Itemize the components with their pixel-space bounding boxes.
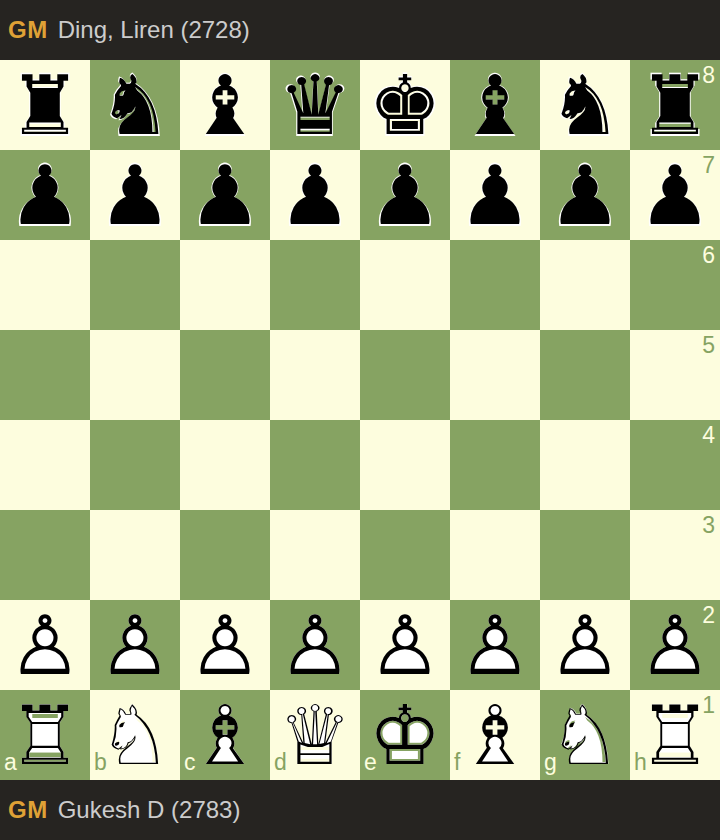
piece-black-pawn-icon[interactable]: ♟♟	[270, 151, 360, 241]
square-f8[interactable]: ♝♝	[450, 60, 540, 150]
piece-white-bishop-icon[interactable]: ♝♗	[180, 691, 270, 781]
square-d3[interactable]	[270, 510, 360, 600]
piece-black-queen-icon[interactable]: ♛♛	[270, 61, 360, 151]
piece-white-pawn-icon[interactable]: ♟♙	[90, 601, 180, 691]
square-h4[interactable]: 4	[630, 420, 720, 510]
square-f3[interactable]	[450, 510, 540, 600]
piece-black-pawn-icon[interactable]: ♟♟	[360, 151, 450, 241]
square-h7[interactable]: 7♟♟	[630, 150, 720, 240]
square-d2[interactable]: ♟♙	[270, 600, 360, 690]
square-a4[interactable]	[0, 420, 90, 510]
piece-white-king-icon[interactable]: ♚♔	[360, 691, 450, 781]
coord-rank-4: 4	[702, 424, 715, 447]
square-d7[interactable]: ♟♟	[270, 150, 360, 240]
square-c8[interactable]: ♝♝	[180, 60, 270, 150]
piece-white-pawn-icon[interactable]: ♟♙	[180, 601, 270, 691]
square-g8[interactable]: ♞♞	[540, 60, 630, 150]
square-d8[interactable]: ♛♛	[270, 60, 360, 150]
square-c5[interactable]	[180, 330, 270, 420]
square-c7[interactable]: ♟♟	[180, 150, 270, 240]
square-c4[interactable]	[180, 420, 270, 510]
piece-white-pawn-icon[interactable]: ♟♙	[360, 601, 450, 691]
square-g1[interactable]: g♞♘	[540, 690, 630, 780]
piece-black-pawn-icon[interactable]: ♟♟	[540, 151, 630, 241]
square-b5[interactable]	[90, 330, 180, 420]
square-f2[interactable]: ♟♙	[450, 600, 540, 690]
square-e4[interactable]	[360, 420, 450, 510]
square-d6[interactable]	[270, 240, 360, 330]
square-f1[interactable]: f♝♗	[450, 690, 540, 780]
piece-white-pawn-icon[interactable]: ♟♙	[540, 601, 630, 691]
coord-rank-3: 3	[702, 514, 715, 537]
player-name-white: Gukesh D (2783)	[58, 796, 241, 824]
piece-white-knight-icon[interactable]: ♞♘	[90, 691, 180, 781]
square-h1[interactable]: 1h♜♖	[630, 690, 720, 780]
piece-white-bishop-icon[interactable]: ♝♗	[450, 691, 540, 781]
square-b6[interactable]	[90, 240, 180, 330]
square-h5[interactable]: 5	[630, 330, 720, 420]
piece-black-pawn-icon[interactable]: ♟♟	[630, 151, 720, 241]
square-h8[interactable]: 8♜♜	[630, 60, 720, 150]
coord-rank-5: 5	[702, 334, 715, 357]
square-a1[interactable]: a♜♖	[0, 690, 90, 780]
piece-white-knight-icon[interactable]: ♞♘	[540, 691, 630, 781]
square-g4[interactable]	[540, 420, 630, 510]
square-b8[interactable]: ♞♞	[90, 60, 180, 150]
player-title-white: GM	[8, 796, 48, 824]
piece-black-pawn-icon[interactable]: ♟♟	[180, 151, 270, 241]
square-b2[interactable]: ♟♙	[90, 600, 180, 690]
square-e2[interactable]: ♟♙	[360, 600, 450, 690]
square-a2[interactable]: ♟♙	[0, 600, 90, 690]
square-h3[interactable]: 3	[630, 510, 720, 600]
square-a5[interactable]	[0, 330, 90, 420]
square-f6[interactable]	[450, 240, 540, 330]
piece-black-pawn-icon[interactable]: ♟♟	[0, 151, 90, 241]
player-name-black: Ding, Liren (2728)	[58, 16, 250, 44]
square-f7[interactable]: ♟♟	[450, 150, 540, 240]
square-g2[interactable]: ♟♙	[540, 600, 630, 690]
piece-white-pawn-icon[interactable]: ♟♙	[0, 601, 90, 691]
square-c6[interactable]	[180, 240, 270, 330]
coord-rank-6: 6	[702, 244, 715, 267]
square-h2[interactable]: 2♟♙	[630, 600, 720, 690]
square-f4[interactable]	[450, 420, 540, 510]
square-f5[interactable]	[450, 330, 540, 420]
square-e7[interactable]: ♟♟	[360, 150, 450, 240]
piece-black-rook-icon[interactable]: ♜♜	[630, 61, 720, 151]
piece-white-queen-icon[interactable]: ♛♕	[270, 691, 360, 781]
piece-black-knight-icon[interactable]: ♞♞	[540, 61, 630, 151]
square-b3[interactable]	[90, 510, 180, 600]
square-e1[interactable]: e♚♔	[360, 690, 450, 780]
square-c3[interactable]	[180, 510, 270, 600]
piece-black-knight-icon[interactable]: ♞♞	[90, 61, 180, 151]
square-g5[interactable]	[540, 330, 630, 420]
player-bar-black: GM Ding, Liren (2728)	[0, 0, 720, 60]
piece-black-bishop-icon[interactable]: ♝♝	[450, 61, 540, 151]
square-e8[interactable]: ♚♚	[360, 60, 450, 150]
chess-board[interactable]: ♜♜♞♞♝♝♛♛♚♚♝♝♞♞8♜♜♟♟♟♟♟♟♟♟♟♟♟♟♟♟7♟♟6543♟♙…	[0, 60, 720, 780]
piece-white-pawn-icon[interactable]: ♟♙	[450, 601, 540, 691]
square-b1[interactable]: b♞♘	[90, 690, 180, 780]
square-a8[interactable]: ♜♜	[0, 60, 90, 150]
piece-black-pawn-icon[interactable]: ♟♟	[450, 151, 540, 241]
square-b4[interactable]	[90, 420, 180, 510]
square-c2[interactable]: ♟♙	[180, 600, 270, 690]
square-g7[interactable]: ♟♟	[540, 150, 630, 240]
square-d5[interactable]	[270, 330, 360, 420]
square-b7[interactable]: ♟♟	[90, 150, 180, 240]
player-title-black: GM	[8, 16, 48, 44]
piece-white-pawn-icon[interactable]: ♟♙	[630, 601, 720, 691]
square-a3[interactable]	[0, 510, 90, 600]
piece-black-rook-icon[interactable]: ♜♜	[0, 61, 90, 151]
square-d4[interactable]	[270, 420, 360, 510]
piece-white-rook-icon[interactable]: ♜♖	[0, 691, 90, 781]
chess-game-window: GM Ding, Liren (2728) ♜♜♞♞♝♝♛♛♚♚♝♝♞♞8♜♜♟…	[0, 0, 720, 840]
square-e6[interactable]	[360, 240, 450, 330]
square-a7[interactable]: ♟♟	[0, 150, 90, 240]
square-a6[interactable]	[0, 240, 90, 330]
square-d1[interactable]: d♛♕	[270, 690, 360, 780]
square-g6[interactable]	[540, 240, 630, 330]
piece-white-pawn-icon[interactable]: ♟♙	[270, 601, 360, 691]
square-h6[interactable]: 6	[630, 240, 720, 330]
square-c1[interactable]: c♝♗	[180, 690, 270, 780]
piece-black-king-icon[interactable]: ♚♚	[360, 61, 450, 151]
square-g3[interactable]	[540, 510, 630, 600]
piece-black-bishop-icon[interactable]: ♝♝	[180, 61, 270, 151]
square-e5[interactable]	[360, 330, 450, 420]
piece-black-pawn-icon[interactable]: ♟♟	[90, 151, 180, 241]
square-e3[interactable]	[360, 510, 450, 600]
player-bar-white: GM Gukesh D (2783)	[0, 780, 720, 840]
piece-white-rook-icon[interactable]: ♜♖	[630, 691, 720, 781]
